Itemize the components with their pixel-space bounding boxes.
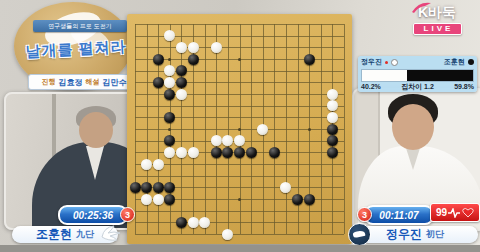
black-stone <box>141 182 152 193</box>
pulse-icon <box>448 208 461 218</box>
black-stone <box>304 54 315 65</box>
star-point <box>168 58 171 61</box>
show-ribbon: 연구생들의 프로 도전기 <box>33 20 127 32</box>
black-stone <box>327 147 338 158</box>
black-stone <box>153 77 164 88</box>
white-stone <box>327 100 338 111</box>
hearts-badge: 99 <box>430 203 480 222</box>
host-name: 김효정 <box>59 77 83 88</box>
black-player-label: 조훈현 <box>444 57 465 67</box>
white-stone <box>188 42 199 53</box>
left-player-nameplate: 조훈현 九단 <box>12 226 118 243</box>
winrate-bar <box>361 69 474 82</box>
white-stone <box>176 147 187 158</box>
white-stone <box>188 217 199 228</box>
white-stone <box>188 147 199 158</box>
white-stone <box>176 89 187 100</box>
wing-icon <box>100 223 122 243</box>
black-stone <box>176 77 187 88</box>
white-player-label: 정우진 <box>361 57 382 67</box>
black-stone <box>211 147 222 158</box>
white-stone <box>153 194 164 205</box>
black-stone <box>164 194 175 205</box>
board-grid-line <box>274 24 275 234</box>
board-grid-line <box>135 164 344 165</box>
channel-logo: K바둑 LIVE <box>405 4 469 38</box>
black-stone <box>164 135 175 146</box>
black-stone <box>130 182 141 193</box>
left-clock-time: 00:25:36 <box>73 210 113 221</box>
show-mascot-icon <box>348 223 371 246</box>
left-player-clock: 00:25:36 3 <box>58 205 128 225</box>
black-stone <box>269 147 280 158</box>
white-stone <box>280 182 291 193</box>
white-stone <box>222 135 233 146</box>
white-stone <box>211 135 222 146</box>
right-clock-time: 00:11:07 <box>379 210 418 221</box>
board-grid-line <box>135 176 344 177</box>
left-player-face <box>79 112 113 148</box>
black-stone <box>246 147 257 158</box>
ai-winrate-panel: 정우진 조훈현 40.2% 집차이 1.2 59.8% <box>358 56 477 92</box>
black-stone <box>222 147 233 158</box>
right-periods-badge: 3 <box>357 207 372 222</box>
live-badge: LIVE <box>413 23 462 35</box>
white-stone-icon <box>391 59 398 66</box>
right-player-clock: 00:11:07 3 <box>364 205 434 225</box>
black-stone <box>292 194 303 205</box>
star-point <box>308 128 311 131</box>
left-player-rank: 九단 <box>76 228 94 241</box>
board-grid-line <box>135 222 344 223</box>
star-point <box>238 198 241 201</box>
black-stone <box>164 112 175 123</box>
show-ribbon-text: 연구생들의 프로 도전기 <box>48 22 111 31</box>
black-stone <box>188 54 199 65</box>
black-stone <box>327 124 338 135</box>
right-player-face <box>392 104 434 150</box>
white-stone <box>199 217 210 228</box>
star-point <box>168 128 171 131</box>
right-player-name: 정우진 <box>386 226 422 243</box>
black-stone <box>153 54 164 65</box>
black-stone <box>176 65 187 76</box>
board-grid-line <box>344 24 345 234</box>
white-stone <box>222 229 233 240</box>
left-player-name: 조훈현 <box>36 226 72 243</box>
commentator-name: 김만수 <box>103 77 127 88</box>
white-stone <box>257 124 268 135</box>
white-stone <box>164 30 175 41</box>
star-point <box>238 128 241 131</box>
score-difference: 집차이 1.2 <box>401 82 434 92</box>
black-stone <box>164 182 175 193</box>
white-stone <box>327 89 338 100</box>
right-player-nameplate: 정우진 初단 <box>352 226 478 243</box>
white-stone <box>141 159 152 170</box>
black-stone <box>304 194 315 205</box>
white-stone <box>327 112 338 123</box>
white-stone <box>164 65 175 76</box>
board-grid-line <box>321 24 322 234</box>
host-label: 진행 <box>42 77 56 87</box>
white-stone <box>211 42 222 53</box>
black-stone <box>164 89 175 100</box>
ai-panel-footer: 40.2% 집차이 1.2 59.8% <box>361 82 474 91</box>
white-stone <box>164 147 175 158</box>
commentary-label: 해설 <box>86 77 100 87</box>
black-stone <box>176 217 187 228</box>
white-winrate-bar <box>362 70 407 81</box>
turn-indicator-dot <box>385 61 388 64</box>
board-grid-line <box>251 24 252 234</box>
board-grid-line <box>135 211 344 212</box>
black-stone <box>327 135 338 146</box>
black-stone <box>153 182 164 193</box>
right-player-rank: 初단 <box>426 228 444 241</box>
board-grid-line <box>286 24 287 234</box>
go-board <box>127 14 352 244</box>
white-stone <box>153 159 164 170</box>
hearts-count: 99 <box>436 207 447 218</box>
white-stone <box>141 194 152 205</box>
bottom-bar <box>0 245 480 252</box>
white-stone <box>234 135 245 146</box>
star-point <box>238 58 241 61</box>
black-stone-icon <box>468 59 474 65</box>
white-stone <box>164 77 175 88</box>
heart-icon <box>462 207 474 218</box>
left-periods-badge: 3 <box>120 207 135 222</box>
credits-banner: 진행 김효정 해설 김만수 <box>28 74 140 90</box>
ai-panel-header: 정우진 조훈현 <box>361 57 474 67</box>
white-stone <box>176 42 187 53</box>
board-grid-line <box>135 234 344 235</box>
white-winrate-value: 40.2% <box>361 83 381 90</box>
black-stone <box>234 147 245 158</box>
black-winrate-bar <box>407 70 473 81</box>
swoosh-plane-icon <box>411 0 433 14</box>
black-winrate-value: 59.8% <box>454 83 474 90</box>
